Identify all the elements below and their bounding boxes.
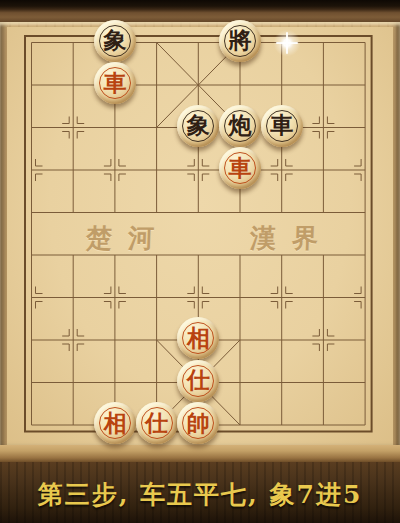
piece-red-advisor[interactable]: 仕 xyxy=(136,402,178,444)
piece-red-chariot[interactable]: 車 xyxy=(94,62,136,104)
piece-glyph: 帥 xyxy=(177,402,219,444)
piece-glyph: 將 xyxy=(219,20,261,62)
piece-glyph: 車 xyxy=(219,147,261,189)
piece-black-cannon[interactable]: 炮 xyxy=(219,105,261,147)
piece-red-chariot[interactable]: 車 xyxy=(219,147,261,189)
piece-red-advisor[interactable]: 仕 xyxy=(177,360,219,402)
piece-red-elephant[interactable]: 相 xyxy=(177,317,219,359)
piece-red-king[interactable]: 帥 xyxy=(177,402,219,444)
piece-black-elephant[interactable]: 象 xyxy=(94,20,136,62)
move-caption-bar: 第三步, 车五平七, 象7进5 xyxy=(0,462,400,523)
xiangqi-app-screen: 楚河 漢界 象將車象炮車車相仕相仕帥 第三步, 车五平七, 象7进5 xyxy=(0,0,400,523)
piece-glyph: 象 xyxy=(94,20,136,62)
piece-glyph: 相 xyxy=(94,402,136,444)
piece-glyph: 炮 xyxy=(219,105,261,147)
piece-glyph: 車 xyxy=(94,62,136,104)
move-caption-text: 第三步, 车五平七, 象7进5 xyxy=(0,478,400,511)
piece-red-elephant[interactable]: 相 xyxy=(94,402,136,444)
piece-glyph: 仕 xyxy=(177,360,219,402)
piece-black-elephant[interactable]: 象 xyxy=(177,105,219,147)
piece-black-king[interactable]: 將 xyxy=(219,20,261,62)
piece-black-chariot[interactable]: 車 xyxy=(261,105,303,147)
piece-glyph: 象 xyxy=(177,105,219,147)
piece-glyph: 相 xyxy=(177,317,219,359)
piece-glyph: 仕 xyxy=(136,402,178,444)
river-label-chu-he: 楚河 xyxy=(85,222,170,254)
piece-glyph: 車 xyxy=(261,105,303,147)
river-label-han-jie: 漢界 xyxy=(249,222,334,254)
